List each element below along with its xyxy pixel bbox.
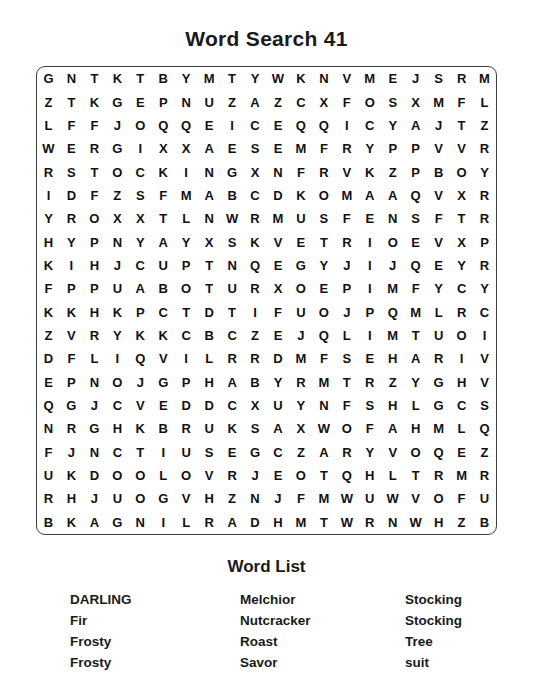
grid-cell: P — [60, 371, 83, 394]
grid-cell: K — [83, 90, 106, 113]
grid-cell: Q — [335, 464, 358, 487]
grid-cell: N — [312, 394, 335, 417]
grid-cell: N — [381, 511, 404, 534]
grid-cell: H — [381, 394, 404, 417]
grid-cell: M — [450, 464, 473, 487]
grid-cell: W — [221, 207, 244, 230]
grid-cell: W — [404, 511, 427, 534]
grid-cell: B — [244, 371, 267, 394]
grid-cell: C — [473, 301, 496, 324]
grid-cell: T — [450, 207, 473, 230]
grid-cell: M — [289, 347, 312, 370]
grid-cell: E — [427, 254, 450, 277]
grid-cell: M — [267, 207, 290, 230]
grid-cell: X — [152, 137, 175, 160]
grid-cell: C — [175, 324, 198, 347]
grid-cell: F — [312, 137, 335, 160]
grid-cell: A — [267, 417, 290, 440]
grid-cell: C — [450, 394, 473, 417]
grid-cell: N — [381, 207, 404, 230]
grid-cell: O — [289, 277, 312, 300]
letter-grid: GNTKTBYMTYWKNVMEJSRMZTKGEPNUZAZCXFOSXMFL… — [36, 66, 497, 535]
grid-cell: N — [129, 511, 152, 534]
grid-cell: Y — [358, 137, 381, 160]
grid-cell: N — [221, 254, 244, 277]
grid-cell: R — [83, 137, 106, 160]
grid-cell: R — [221, 347, 244, 370]
grid-cell: O — [175, 464, 198, 487]
word-list-item: Tree — [405, 631, 533, 652]
grid-cell: Z — [37, 90, 60, 113]
grid-cell: P — [404, 137, 427, 160]
grid-cell: T — [175, 301, 198, 324]
grid-cell: R — [427, 347, 450, 370]
grid-cell: M — [289, 137, 312, 160]
grid-cell: U — [289, 207, 312, 230]
grid-cell: I — [473, 324, 496, 347]
grid-cell: N — [175, 90, 198, 113]
grid-cell: F — [335, 207, 358, 230]
grid-cell: D — [83, 464, 106, 487]
grid-cell: F — [289, 160, 312, 183]
grid-cell: L — [152, 464, 175, 487]
grid-cell: T — [221, 301, 244, 324]
grid-cell: I — [106, 347, 129, 370]
grid-cell: W — [381, 487, 404, 510]
grid-cell: K — [358, 160, 381, 183]
grid-cell: J — [427, 114, 450, 137]
grid-cell: Q — [152, 114, 175, 137]
grid-cell: V — [473, 347, 496, 370]
grid-cell: I — [175, 347, 198, 370]
grid-cell: E — [289, 230, 312, 253]
grid-cell: K — [244, 230, 267, 253]
grid-cell: T — [60, 90, 83, 113]
grid-cell: E — [198, 114, 221, 137]
grid-cell: J — [289, 324, 312, 347]
grid-cell: T — [312, 230, 335, 253]
grid-cell: E — [358, 347, 381, 370]
grid-cell: P — [335, 277, 358, 300]
grid-cell: M — [358, 67, 381, 90]
grid-cell: C — [106, 441, 129, 464]
grid-cell: I — [37, 184, 60, 207]
grid-cell: N — [312, 67, 335, 90]
grid-cell: M — [427, 90, 450, 113]
grid-cell: G — [152, 371, 175, 394]
grid-cell: O — [404, 441, 427, 464]
grid-cell: R — [60, 207, 83, 230]
word-list-item: DARLING — [70, 589, 240, 610]
grid-cell: G — [37, 67, 60, 90]
word-list-item: Melchior — [240, 589, 405, 610]
grid-cell: B — [473, 511, 496, 534]
grid-cell: J — [381, 254, 404, 277]
grid-cell: U — [221, 277, 244, 300]
grid-cell: C — [106, 394, 129, 417]
grid-cell: A — [404, 114, 427, 137]
grid-cell: V — [129, 394, 152, 417]
grid-cell: X — [198, 230, 221, 253]
grid-cell: O — [450, 324, 473, 347]
grid-cell: M — [289, 511, 312, 534]
grid-cell: Z — [450, 511, 473, 534]
grid-cell: F — [312, 347, 335, 370]
grid-cell: P — [60, 277, 83, 300]
grid-cell: F — [335, 90, 358, 113]
grid-cell: G — [289, 254, 312, 277]
grid-cell: V — [267, 230, 290, 253]
grid-cell: G — [83, 417, 106, 440]
grid-cell: M — [473, 67, 496, 90]
grid-cell: I — [175, 160, 198, 183]
grid-cell: I — [129, 137, 152, 160]
grid-cell: W — [312, 417, 335, 440]
grid-cell: U — [267, 394, 290, 417]
grid-cell: F — [152, 184, 175, 207]
grid-cell: T — [83, 67, 106, 90]
grid-cell: W — [335, 487, 358, 510]
grid-cell: Z — [473, 114, 496, 137]
grid-cell: P — [473, 230, 496, 253]
grid-cell: S — [473, 394, 496, 417]
grid-cell: L — [37, 114, 60, 137]
grid-cell: Y — [358, 441, 381, 464]
grid-cell: H — [358, 464, 381, 487]
grid-cell: M — [312, 487, 335, 510]
grid-cell: A — [312, 441, 335, 464]
grid-cell: Z — [221, 487, 244, 510]
grid-cell: K — [60, 301, 83, 324]
grid-cell: U — [427, 324, 450, 347]
grid-cell: C — [221, 394, 244, 417]
grid-cell: P — [358, 301, 381, 324]
grid-cell: K — [289, 67, 312, 90]
grid-cell: E — [221, 441, 244, 464]
grid-cell: E — [60, 137, 83, 160]
grid-cell: Y — [473, 277, 496, 300]
grid-cell: L — [175, 511, 198, 534]
grid-cell: I — [244, 301, 267, 324]
grid-cell: I — [221, 114, 244, 137]
grid-cell: I — [450, 347, 473, 370]
grid-cell: A — [404, 347, 427, 370]
grid-cell: E — [450, 441, 473, 464]
grid-cell: I — [335, 114, 358, 137]
grid-cell: R — [473, 207, 496, 230]
grid-cell: T — [335, 371, 358, 394]
grid-cell: V — [198, 464, 221, 487]
word-list-item: Nutcracker — [240, 610, 405, 631]
grid-cell: N — [83, 441, 106, 464]
grid-cell: S — [198, 441, 221, 464]
grid-cell: Z — [221, 90, 244, 113]
grid-cell: T — [83, 160, 106, 183]
grid-cell: W — [267, 67, 290, 90]
grid-cell: X — [450, 184, 473, 207]
grid-cell: V — [381, 441, 404, 464]
grid-cell: K — [221, 417, 244, 440]
grid-cell: H — [60, 487, 83, 510]
grid-cell: R — [244, 347, 267, 370]
grid-cell: B — [221, 184, 244, 207]
grid-cell: H — [37, 230, 60, 253]
grid-cell: S — [427, 67, 450, 90]
grid-cell: O — [106, 464, 129, 487]
word-list-item: Roast — [240, 631, 405, 652]
grid-cell: X — [404, 90, 427, 113]
grid-cell: Y — [427, 277, 450, 300]
grid-cell: L — [83, 347, 106, 370]
grid-cell: Z — [106, 184, 129, 207]
grid-cell: Y — [312, 254, 335, 277]
grid-cell: R — [450, 67, 473, 90]
word-list-column: StockingStockingTreesuit — [405, 589, 533, 673]
grid-cell: S — [244, 417, 267, 440]
grid-cell: M — [312, 371, 335, 394]
grid-cell: F — [289, 487, 312, 510]
grid-cell: Y — [60, 230, 83, 253]
grid-cell: L — [404, 394, 427, 417]
grid-cell: R — [244, 277, 267, 300]
grid-cell: K — [106, 301, 129, 324]
grid-cell: D — [60, 184, 83, 207]
grid-cell: T — [312, 511, 335, 534]
grid-cell: B — [198, 324, 221, 347]
grid-cell: H — [267, 511, 290, 534]
grid-cell: Z — [37, 324, 60, 347]
grid-cell: R — [450, 301, 473, 324]
grid-cell: N — [60, 67, 83, 90]
grid-cell: Z — [244, 324, 267, 347]
grid-cell: F — [358, 417, 381, 440]
grid-cell: R — [473, 184, 496, 207]
grid-cell: U — [106, 277, 129, 300]
grid-cell: K — [289, 184, 312, 207]
grid-cell: V — [335, 160, 358, 183]
grid-cell: C — [267, 441, 290, 464]
grid-cell: E — [129, 90, 152, 113]
grid-cell: E — [358, 207, 381, 230]
grid-cell: C — [358, 114, 381, 137]
grid-cell: U — [358, 487, 381, 510]
grid-cell: P — [175, 254, 198, 277]
grid-cell: Z — [473, 441, 496, 464]
grid-cell: C — [450, 277, 473, 300]
grid-cell: R — [175, 417, 198, 440]
grid-cell: M — [427, 417, 450, 440]
grid-cell: Z — [289, 441, 312, 464]
grid-cell: V — [450, 137, 473, 160]
grid-cell: R — [427, 464, 450, 487]
grid-cell: Q — [427, 441, 450, 464]
grid-cell: K — [37, 254, 60, 277]
grid-cell: D — [175, 394, 198, 417]
grid-cell: K — [60, 511, 83, 534]
grid-cell: W — [335, 511, 358, 534]
grid-cell: H — [198, 487, 221, 510]
grid-cell: I — [358, 277, 381, 300]
grid-cell: F — [267, 301, 290, 324]
grid-cell: E — [221, 137, 244, 160]
grid-cell: I — [60, 254, 83, 277]
word-list-item: Savor — [240, 652, 405, 673]
grid-cell: F — [427, 207, 450, 230]
grid-cell: H — [106, 417, 129, 440]
grid-cell: E — [267, 137, 290, 160]
grid-cell: A — [244, 90, 267, 113]
grid-cell: G — [244, 441, 267, 464]
grid-cell: B — [152, 277, 175, 300]
grid-cell: G — [60, 394, 83, 417]
grid-cell: N — [83, 371, 106, 394]
grid-cell: S — [358, 394, 381, 417]
grid-cell: A — [83, 511, 106, 534]
grid-cell: B — [37, 511, 60, 534]
grid-cell: X — [289, 417, 312, 440]
grid-cell: H — [381, 347, 404, 370]
grid-cell: M — [381, 277, 404, 300]
grid-cell: R — [335, 137, 358, 160]
grid-cell: Q — [404, 254, 427, 277]
grid-cell: P — [404, 160, 427, 183]
word-list-item: suit — [405, 652, 533, 673]
grid-cell: M — [335, 184, 358, 207]
grid-cell: R — [358, 511, 381, 534]
grid-cell: C — [244, 184, 267, 207]
grid-cell: R — [358, 371, 381, 394]
grid-cell: C — [129, 160, 152, 183]
grid-cell: Y — [267, 371, 290, 394]
grid-cell: L — [427, 301, 450, 324]
grid-cell: O — [83, 207, 106, 230]
grid-cell: E — [267, 254, 290, 277]
grid-cell: Q — [404, 184, 427, 207]
grid-cell: S — [221, 230, 244, 253]
grid-cell: Y — [289, 394, 312, 417]
grid-cell: E — [267, 464, 290, 487]
grid-cell: I — [358, 254, 381, 277]
word-list-item: Frosty — [70, 631, 240, 652]
grid-cell: N — [198, 160, 221, 183]
grid-cell: A — [381, 417, 404, 440]
grid-cell: H — [83, 254, 106, 277]
grid-cell: R — [473, 464, 496, 487]
grid-cell: O — [335, 417, 358, 440]
grid-cell: N — [37, 417, 60, 440]
word-list-item: Stocking — [405, 589, 533, 610]
grid-cell: C — [289, 90, 312, 113]
grid-cell: H — [83, 301, 106, 324]
grid-cell: V — [427, 137, 450, 160]
grid-cell: R — [289, 371, 312, 394]
grid-cell: M — [404, 301, 427, 324]
grid-cell: O — [312, 301, 335, 324]
grid-cell: J — [404, 67, 427, 90]
grid-cell: Y — [37, 207, 60, 230]
grid-cell: N — [198, 207, 221, 230]
grid-cell: X — [312, 90, 335, 113]
grid-cell: K — [152, 324, 175, 347]
grid-cell: M — [381, 324, 404, 347]
grid-cell: G — [221, 160, 244, 183]
grid-cell: W — [37, 137, 60, 160]
grid-cell: F — [83, 114, 106, 137]
grid-cell: D — [198, 301, 221, 324]
grid-cell: X — [175, 137, 198, 160]
grid-cell: L — [473, 90, 496, 113]
grid-cell: Y — [175, 67, 198, 90]
grid-cell: C — [221, 324, 244, 347]
grid-cell: R — [335, 230, 358, 253]
grid-cell: J — [83, 394, 106, 417]
grid-cell: T — [221, 67, 244, 90]
grid-cell: J — [60, 441, 83, 464]
grid-cell: D — [37, 347, 60, 370]
grid-cell: V — [473, 371, 496, 394]
grid-cell: E — [37, 371, 60, 394]
grid-cell: O — [106, 371, 129, 394]
grid-cell: V — [404, 487, 427, 510]
word-list-item: Fir — [70, 610, 240, 631]
grid-cell: Z — [381, 371, 404, 394]
grid-cell: T — [404, 324, 427, 347]
grid-cell: P — [175, 371, 198, 394]
grid-cell: D — [267, 347, 290, 370]
grid-cell: J — [129, 371, 152, 394]
grid-cell: U — [198, 417, 221, 440]
grid-cell: R — [60, 417, 83, 440]
grid-cell: P — [129, 301, 152, 324]
grid-cell: J — [267, 487, 290, 510]
grid-cell: X — [244, 160, 267, 183]
grid-cell: T — [198, 277, 221, 300]
grid-cell: F — [60, 114, 83, 137]
grid-cell: H — [404, 417, 427, 440]
grid-cell: Q — [37, 394, 60, 417]
grid-cell: Y — [129, 230, 152, 253]
grid-cell: V — [175, 487, 198, 510]
word-search-page: Word Search 41 GNTKTBYMTYWKNVMEJSRMZTKGE… — [0, 0, 533, 700]
grid-cell: Y — [244, 67, 267, 90]
grid-cell: I — [152, 441, 175, 464]
grid-cell: J — [83, 487, 106, 510]
grid-cell: R — [221, 464, 244, 487]
grid-cell: D — [198, 394, 221, 417]
grid-cell: C — [129, 254, 152, 277]
grid-cell: H — [450, 371, 473, 394]
grid-cell: O — [312, 184, 335, 207]
word-list: DARLINGFirFrostyFrostyMelchiorNutcracker… — [0, 589, 533, 673]
grid-cell: Y — [381, 114, 404, 137]
grid-cell: Y — [450, 254, 473, 277]
grid-cell: J — [106, 114, 129, 137]
grid-cell: I — [358, 230, 381, 253]
grid-cell: T — [450, 114, 473, 137]
word-list-title: Word List — [0, 535, 533, 577]
grid-cell: Q — [381, 301, 404, 324]
grid-cell: V — [427, 230, 450, 253]
grid-cell: F — [83, 184, 106, 207]
grid-cell: C — [244, 114, 267, 137]
grid-cell: J — [335, 254, 358, 277]
grid-cell: P — [83, 277, 106, 300]
word-list-column: MelchiorNutcrackerRoastSavor — [240, 589, 405, 673]
grid-cell: O — [358, 90, 381, 113]
grid-cell: I — [358, 324, 381, 347]
grid-cell: Y — [473, 160, 496, 183]
grid-cell: T — [312, 464, 335, 487]
